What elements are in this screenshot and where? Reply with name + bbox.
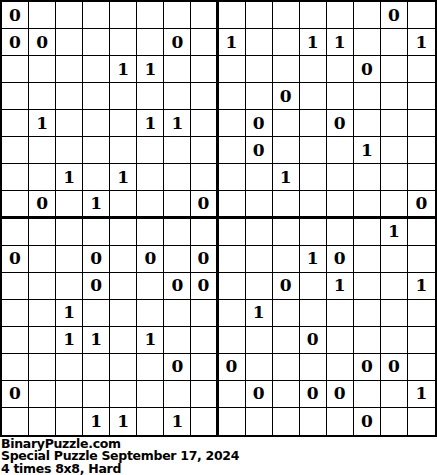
cell-r16c7: 1 — [164, 408, 191, 435]
cell-r15c14[interactable] — [354, 381, 381, 408]
cell-r2c3[interactable] — [56, 29, 83, 56]
cell-r4c12[interactable] — [300, 83, 327, 110]
cell-r7c4[interactable] — [83, 164, 110, 191]
cell-r8c2: 0 — [29, 191, 56, 218]
cell-r16c14: 0 — [354, 408, 381, 435]
cell-r9c9[interactable] — [219, 219, 246, 246]
cell-r11c11: 0 — [273, 273, 300, 300]
cell-r11c1[interactable] — [2, 273, 29, 300]
cell-r1c4[interactable] — [83, 2, 110, 29]
cell-r14c5[interactable] — [110, 354, 137, 381]
cell-r2c12: 1 — [300, 29, 327, 56]
cell-r5c15[interactable] — [381, 110, 408, 137]
cell-r11c4: 0 — [83, 273, 110, 300]
cell-r9c3[interactable] — [56, 219, 83, 246]
cell-r5c6: 1 — [137, 110, 164, 137]
cell-r16c12[interactable] — [300, 408, 327, 435]
cell-r10c4: 0 — [83, 246, 110, 273]
cell-r4c3[interactable] — [56, 83, 83, 110]
cell-r6c2[interactable] — [29, 137, 56, 164]
cell-r10c10[interactable] — [246, 246, 273, 273]
cell-r3c14: 0 — [354, 56, 381, 83]
cell-r16c15[interactable] — [381, 408, 408, 435]
cell-r8c8: 0 — [191, 191, 218, 218]
cell-r6c4[interactable] — [83, 137, 110, 164]
cell-r10c12: 1 — [300, 246, 327, 273]
cell-r12c3: 1 — [56, 300, 83, 327]
cell-r14c2[interactable] — [29, 354, 56, 381]
cell-r8c4: 1 — [83, 191, 110, 218]
cell-r15c4[interactable] — [83, 381, 110, 408]
cell-r2c2: 0 — [29, 29, 56, 56]
cell-r5c2: 1 — [29, 110, 56, 137]
cell-r15c11[interactable] — [273, 381, 300, 408]
cell-r13c11[interactable] — [273, 327, 300, 354]
cell-r1c14[interactable] — [354, 2, 381, 29]
cell-r4c14[interactable] — [354, 83, 381, 110]
cell-r6c3[interactable] — [56, 137, 83, 164]
cell-r2c4[interactable] — [83, 29, 110, 56]
cell-r12c5[interactable] — [110, 300, 137, 327]
cell-r4c15[interactable] — [381, 83, 408, 110]
cell-r12c16[interactable] — [408, 300, 435, 327]
cell-r7c9[interactable] — [219, 164, 246, 191]
cell-r1c3[interactable] — [56, 2, 83, 29]
cell-r4c1[interactable] — [2, 83, 29, 110]
cell-r9c4[interactable] — [83, 219, 110, 246]
cell-r9c13[interactable] — [327, 219, 354, 246]
cell-r1c10[interactable] — [246, 2, 273, 29]
cell-r11c10[interactable] — [246, 273, 273, 300]
cell-r15c6[interactable] — [137, 381, 164, 408]
cell-r7c15[interactable] — [381, 164, 408, 191]
cell-r12c14[interactable] — [354, 300, 381, 327]
cell-r16c9[interactable] — [219, 408, 246, 435]
cell-r1c8[interactable] — [191, 2, 218, 29]
cell-r7c8[interactable] — [191, 164, 218, 191]
cell-r2c15[interactable] — [381, 29, 408, 56]
cell-r13c7[interactable] — [164, 327, 191, 354]
cell-r5c3[interactable] — [56, 110, 83, 137]
cell-r15c10: 0 — [246, 381, 273, 408]
cell-r1c9[interactable] — [219, 2, 246, 29]
cell-r13c12: 0 — [300, 327, 327, 354]
cell-r3c16[interactable] — [408, 56, 435, 83]
cell-r11c6[interactable] — [137, 273, 164, 300]
cell-r3c3[interactable] — [56, 56, 83, 83]
cell-r12c12[interactable] — [300, 300, 327, 327]
cell-r12c8[interactable] — [191, 300, 218, 327]
cell-r11c7: 0 — [164, 273, 191, 300]
cell-r4c10[interactable] — [246, 83, 273, 110]
cell-r11c15[interactable] — [381, 273, 408, 300]
cell-r14c12[interactable] — [300, 354, 327, 381]
cell-r9c8[interactable] — [191, 219, 218, 246]
cell-r11c5[interactable] — [110, 273, 137, 300]
cell-r4c2[interactable] — [29, 83, 56, 110]
cell-r3c4[interactable] — [83, 56, 110, 83]
cell-r3c1[interactable] — [2, 56, 29, 83]
cell-r2c1: 0 — [2, 29, 29, 56]
cell-r12c4[interactable] — [83, 300, 110, 327]
cell-r9c12[interactable] — [300, 219, 327, 246]
cell-r16c8[interactable] — [191, 408, 218, 435]
cell-r14c8[interactable] — [191, 354, 218, 381]
cell-r15c7[interactable] — [164, 381, 191, 408]
cell-r7c3: 1 — [56, 164, 83, 191]
cell-r15c16: 1 — [408, 381, 435, 408]
cell-r2c11[interactable] — [273, 29, 300, 56]
cell-r14c1[interactable] — [2, 354, 29, 381]
cell-r2c9: 1 — [219, 29, 246, 56]
cell-r12c10: 1 — [246, 300, 273, 327]
cell-r10c13: 0 — [327, 246, 354, 273]
cell-r5c16[interactable] — [408, 110, 435, 137]
cell-r14c10[interactable] — [246, 354, 273, 381]
cell-r14c7: 0 — [164, 354, 191, 381]
cell-r8c10[interactable] — [246, 191, 273, 218]
cell-r7c16[interactable] — [408, 164, 435, 191]
cell-r13c15[interactable] — [381, 327, 408, 354]
cell-r7c5: 1 — [110, 164, 137, 191]
cell-r15c2[interactable] — [29, 381, 56, 408]
cell-r13c4: 1 — [83, 327, 110, 354]
cell-r11c9[interactable] — [219, 273, 246, 300]
cell-r1c13[interactable] — [327, 2, 354, 29]
cell-r15c8[interactable] — [191, 381, 218, 408]
cell-r12c9[interactable] — [219, 300, 246, 327]
cell-r16c3[interactable] — [56, 408, 83, 435]
cell-r12c13[interactable] — [327, 300, 354, 327]
cell-r14c16[interactable] — [408, 354, 435, 381]
cell-r2c7: 0 — [164, 29, 191, 56]
cell-r16c6[interactable] — [137, 408, 164, 435]
cell-r9c7[interactable] — [164, 219, 191, 246]
cell-r11c14[interactable] — [354, 273, 381, 300]
cell-r5c7: 1 — [164, 110, 191, 137]
cell-r6c10: 0 — [246, 137, 273, 164]
cell-r8c14[interactable] — [354, 191, 381, 218]
cell-r14c14: 0 — [354, 354, 381, 381]
cell-r6c9[interactable] — [219, 137, 246, 164]
cell-r13c5[interactable] — [110, 327, 137, 354]
cell-r10c1: 0 — [2, 246, 29, 273]
cell-r6c12[interactable] — [300, 137, 327, 164]
cell-r6c13[interactable] — [327, 137, 354, 164]
cell-r4c6[interactable] — [137, 83, 164, 110]
cell-r9c5[interactable] — [110, 219, 137, 246]
cell-r8c13[interactable] — [327, 191, 354, 218]
cell-r9c10[interactable] — [246, 219, 273, 246]
cell-r3c7[interactable] — [164, 56, 191, 83]
cell-r4c13[interactable] — [327, 83, 354, 110]
cell-r10c15[interactable] — [381, 246, 408, 273]
cell-r6c14: 1 — [354, 137, 381, 164]
cell-r8c15[interactable] — [381, 191, 408, 218]
cell-r5c5[interactable] — [110, 110, 137, 137]
cell-r3c11[interactable] — [273, 56, 300, 83]
cell-r16c16[interactable] — [408, 408, 435, 435]
cell-r4c7[interactable] — [164, 83, 191, 110]
cell-r8c7[interactable] — [164, 191, 191, 218]
cell-r2c14[interactable] — [354, 29, 381, 56]
cell-r10c14[interactable] — [354, 246, 381, 273]
cell-r8c12[interactable] — [300, 191, 327, 218]
cell-r1c1: 0 — [2, 2, 29, 29]
cell-r13c9[interactable] — [219, 327, 246, 354]
cell-r13c10[interactable] — [246, 327, 273, 354]
cell-r14c6[interactable] — [137, 354, 164, 381]
cell-r4c5[interactable] — [110, 83, 137, 110]
cell-r9c11[interactable] — [273, 219, 300, 246]
cell-r6c1[interactable] — [2, 137, 29, 164]
cell-r2c16: 1 — [408, 29, 435, 56]
cell-r16c2[interactable] — [29, 408, 56, 435]
cell-r4c4[interactable] — [83, 83, 110, 110]
cell-r12c1[interactable] — [2, 300, 29, 327]
cell-r15c5[interactable] — [110, 381, 137, 408]
cell-r8c9[interactable] — [219, 191, 246, 218]
cell-r9c1[interactable] — [2, 219, 29, 246]
cell-r8c11[interactable] — [273, 191, 300, 218]
cell-r4c8[interactable] — [191, 83, 218, 110]
cell-r7c11: 1 — [273, 164, 300, 191]
cell-r5c10: 0 — [246, 110, 273, 137]
cell-r2c5[interactable] — [110, 29, 137, 56]
cell-r16c11[interactable] — [273, 408, 300, 435]
cell-r16c10[interactable] — [246, 408, 273, 435]
cell-r16c5: 1 — [110, 408, 137, 435]
cell-r6c15[interactable] — [381, 137, 408, 164]
puzzle-subtitle: 4 times 8x8, Hard — [1, 463, 437, 475]
cell-r10c2[interactable] — [29, 246, 56, 273]
cell-r13c2[interactable] — [29, 327, 56, 354]
cell-r9c2[interactable] — [29, 219, 56, 246]
cell-r1c11[interactable] — [273, 2, 300, 29]
page: 0000011111100111000111101001000010000011… — [0, 0, 437, 475]
cell-r12c2[interactable] — [29, 300, 56, 327]
cell-r10c6: 0 — [137, 246, 164, 273]
cell-r13c14[interactable] — [354, 327, 381, 354]
cell-r4c9[interactable] — [219, 83, 246, 110]
cell-r13c16[interactable] — [408, 327, 435, 354]
cell-r15c15[interactable] — [381, 381, 408, 408]
cell-r15c12: 0 — [300, 381, 327, 408]
cell-r13c8[interactable] — [191, 327, 218, 354]
cell-r2c10[interactable] — [246, 29, 273, 56]
cell-r16c4: 1 — [83, 408, 110, 435]
cell-r15c1: 0 — [2, 381, 29, 408]
cell-r12c15[interactable] — [381, 300, 408, 327]
cell-r7c14[interactable] — [354, 164, 381, 191]
cell-r1c6[interactable] — [137, 2, 164, 29]
cell-r10c16[interactable] — [408, 246, 435, 273]
cell-r5c8[interactable] — [191, 110, 218, 137]
cell-r2c8[interactable] — [191, 29, 218, 56]
cell-r8c16: 0 — [408, 191, 435, 218]
cell-r10c5[interactable] — [110, 246, 137, 273]
cell-r10c3[interactable] — [56, 246, 83, 273]
cell-r4c11: 0 — [273, 83, 300, 110]
cell-r7c10[interactable] — [246, 164, 273, 191]
cell-r8c6[interactable] — [137, 191, 164, 218]
cell-r8c5[interactable] — [110, 191, 137, 218]
cell-r15c13: 0 — [327, 381, 354, 408]
cell-r1c7[interactable] — [164, 2, 191, 29]
cell-r9c15: 1 — [381, 219, 408, 246]
cell-r8c1[interactable] — [2, 191, 29, 218]
cell-r6c6[interactable] — [137, 137, 164, 164]
cell-r12c11[interactable] — [273, 300, 300, 327]
cell-r9c6[interactable] — [137, 219, 164, 246]
cell-r13c1[interactable] — [2, 327, 29, 354]
cell-r15c9[interactable] — [219, 381, 246, 408]
cell-r15c3[interactable] — [56, 381, 83, 408]
cell-r3c10[interactable] — [246, 56, 273, 83]
cell-r16c1[interactable] — [2, 408, 29, 435]
footer: BinaryPuzzle.com Special Puzzle Septembe… — [0, 437, 437, 475]
cell-r11c8: 0 — [191, 273, 218, 300]
cell-r16c13[interactable] — [327, 408, 354, 435]
cell-r14c11[interactable] — [273, 354, 300, 381]
cell-r14c9: 0 — [219, 354, 246, 381]
cell-r7c1[interactable] — [2, 164, 29, 191]
cell-r3c6: 1 — [137, 56, 164, 83]
cell-r7c12[interactable] — [300, 164, 327, 191]
cell-r1c12[interactable] — [300, 2, 327, 29]
cell-r14c13[interactable] — [327, 354, 354, 381]
cell-r6c11[interactable] — [273, 137, 300, 164]
cell-r3c9[interactable] — [219, 56, 246, 83]
cell-r10c8: 0 — [191, 246, 218, 273]
cell-r5c9[interactable] — [219, 110, 246, 137]
cell-r9c16[interactable] — [408, 219, 435, 246]
binary-puzzle-board: 0000011111100111000111101001000010000011… — [0, 0, 437, 437]
cell-r13c3: 1 — [56, 327, 83, 354]
cell-r3c5: 1 — [110, 56, 137, 83]
cell-r5c13: 0 — [327, 110, 354, 137]
cell-r6c16[interactable] — [408, 137, 435, 164]
cell-r3c15[interactable] — [381, 56, 408, 83]
cell-r11c16: 1 — [408, 273, 435, 300]
cell-r6c5[interactable] — [110, 137, 137, 164]
cell-r6c8[interactable] — [191, 137, 218, 164]
cell-r5c11[interactable] — [273, 110, 300, 137]
cell-r7c7[interactable] — [164, 164, 191, 191]
cell-r14c15: 0 — [381, 354, 408, 381]
cell-r13c6: 1 — [137, 327, 164, 354]
cell-r11c13: 1 — [327, 273, 354, 300]
cell-r7c6[interactable] — [137, 164, 164, 191]
cell-r7c13[interactable] — [327, 164, 354, 191]
cell-r13c13[interactable] — [327, 327, 354, 354]
cell-r5c12[interactable] — [300, 110, 327, 137]
cell-r3c8[interactable] — [191, 56, 218, 83]
cell-r11c2[interactable] — [29, 273, 56, 300]
cell-r12c7[interactable] — [164, 300, 191, 327]
cell-r4c16[interactable] — [408, 83, 435, 110]
cell-r1c16[interactable] — [408, 2, 435, 29]
cell-r10c9[interactable] — [219, 246, 246, 273]
cell-r14c4[interactable] — [83, 354, 110, 381]
cell-r1c5[interactable] — [110, 2, 137, 29]
cell-r5c4[interactable] — [83, 110, 110, 137]
cell-r5c14[interactable] — [354, 110, 381, 137]
cell-r3c12[interactable] — [300, 56, 327, 83]
cell-r6c7[interactable] — [164, 137, 191, 164]
cell-r11c3[interactable] — [56, 273, 83, 300]
cell-r3c2[interactable] — [29, 56, 56, 83]
cell-r9c14[interactable] — [354, 219, 381, 246]
cell-r2c6[interactable] — [137, 29, 164, 56]
cell-r11c12[interactable] — [300, 273, 327, 300]
cell-r12c6[interactable] — [137, 300, 164, 327]
cell-r3c13[interactable] — [327, 56, 354, 83]
cell-r2c13: 1 — [327, 29, 354, 56]
cell-r14c3[interactable] — [56, 354, 83, 381]
cell-r1c15: 0 — [381, 2, 408, 29]
cell-r8c3[interactable] — [56, 191, 83, 218]
cell-r1c2[interactable] — [29, 2, 56, 29]
cell-r10c7[interactable] — [164, 246, 191, 273]
cell-r10c11[interactable] — [273, 246, 300, 273]
cell-r5c1[interactable] — [2, 110, 29, 137]
cell-r7c2[interactable] — [29, 164, 56, 191]
